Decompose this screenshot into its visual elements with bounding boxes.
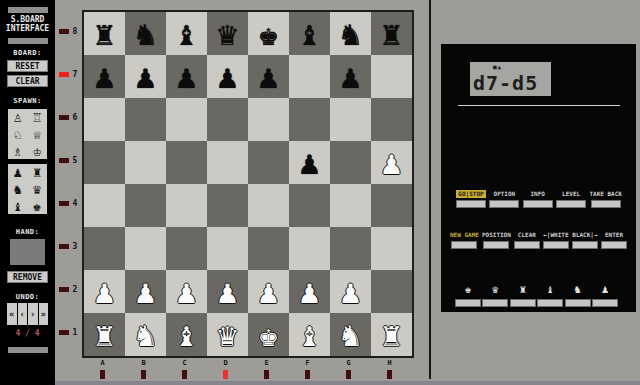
white-button[interactable] bbox=[543, 241, 569, 249]
rank-label-4: 4 bbox=[70, 199, 80, 208]
menu-item-position: POSITION bbox=[482, 231, 511, 249]
piece-button-group-rook: ♜ bbox=[510, 284, 536, 307]
white-pawn-piece[interactable]: ♟ bbox=[95, 275, 115, 308]
square-e7[interactable]: ♟ bbox=[248, 55, 289, 98]
board-section-label: BOARD: bbox=[0, 49, 55, 57]
square-a4[interactable] bbox=[84, 184, 125, 227]
square-h6[interactable] bbox=[371, 98, 412, 141]
piece-button-group-pawn: ♟ bbox=[592, 284, 618, 307]
piece-king-icon: ♚ bbox=[33, 199, 41, 213]
piece-rook-icon: ♖ bbox=[33, 110, 41, 124]
square-h4[interactable] bbox=[371, 184, 412, 227]
menu-row-1: GO|STOPOPTIONINFOLEVELTAKE BACK bbox=[456, 190, 622, 208]
rank-led-6 bbox=[59, 115, 69, 120]
new-game-button[interactable] bbox=[451, 241, 477, 249]
spawn-section-label: SPAWN: bbox=[0, 97, 55, 105]
file-label-C: C bbox=[179, 359, 191, 367]
square-a7[interactable]: ♟ bbox=[84, 55, 125, 98]
menu-label-new-game: NEW GAME bbox=[450, 231, 479, 239]
piece-button-group-bishop: ♝ bbox=[537, 284, 563, 307]
undo-section-label: UNDO: bbox=[0, 293, 55, 301]
square-f5[interactable]: ♟ bbox=[289, 141, 330, 184]
rank-led-4 bbox=[59, 201, 69, 206]
spawn-black-bishop-button[interactable]: ♝ bbox=[8, 197, 28, 214]
menu-item-take-back: TAKE BACK bbox=[589, 190, 622, 208]
black-rook-piece[interactable]: ♜ bbox=[382, 17, 402, 50]
file-label-D: D bbox=[220, 359, 232, 367]
square-e4[interactable] bbox=[248, 184, 289, 227]
menu-item-level: LEVEL bbox=[556, 190, 586, 208]
square-g3[interactable] bbox=[330, 227, 371, 270]
piece-rook-icon: ♜ bbox=[33, 165, 41, 179]
menu-label-info: INFO bbox=[530, 190, 544, 198]
square-g8[interactable]: ♞ bbox=[330, 12, 371, 55]
square-d5[interactable] bbox=[207, 141, 248, 184]
black-bishop-piece[interactable]: ♝ bbox=[300, 17, 320, 50]
square-e2[interactable]: ♟ bbox=[248, 270, 289, 313]
square-f8[interactable]: ♝ bbox=[289, 12, 330, 55]
square-f3[interactable] bbox=[289, 227, 330, 270]
knight-select-button[interactable] bbox=[565, 299, 591, 307]
square-c8[interactable]: ♝ bbox=[166, 12, 207, 55]
square-a6[interactable] bbox=[84, 98, 125, 141]
piece-pawn-icon: ♟ bbox=[14, 165, 22, 179]
rank-led-2 bbox=[59, 287, 69, 292]
square-b7[interactable]: ♟ bbox=[125, 55, 166, 98]
spawn-white-king-button[interactable]: ♔ bbox=[28, 142, 48, 159]
black-pawn-piece[interactable]: ♟ bbox=[177, 60, 197, 93]
square-g1[interactable]: ♞ bbox=[330, 313, 371, 356]
square-c6[interactable] bbox=[166, 98, 207, 141]
spawn-white-queen-button[interactable]: ♕ bbox=[28, 126, 48, 143]
hand-slot[interactable] bbox=[10, 239, 45, 265]
rank-label-6: 6 bbox=[70, 113, 80, 122]
chess-computer-panel: ■▲ d7-d5 GO|STOPOPTIONINFOLEVELTAKE BACK… bbox=[441, 44, 636, 312]
square-h3[interactable] bbox=[371, 227, 412, 270]
menu-label-take-back: TAKE BACK bbox=[589, 190, 622, 198]
square-e1[interactable]: ♚ bbox=[248, 313, 289, 356]
menu-label-position: POSITION bbox=[482, 231, 511, 239]
square-b4[interactable] bbox=[125, 184, 166, 227]
white-bishop-piece[interactable]: ♝ bbox=[300, 318, 320, 351]
menu-item-clear: CLEAR bbox=[514, 231, 540, 249]
square-b6[interactable] bbox=[125, 98, 166, 141]
square-e6[interactable] bbox=[248, 98, 289, 141]
piece-queen-icon: ♕ bbox=[33, 127, 41, 141]
take-back-button[interactable] bbox=[591, 200, 621, 208]
square-b8[interactable]: ♞ bbox=[125, 12, 166, 55]
info-button[interactable] bbox=[523, 200, 553, 208]
white-rook-piece[interactable]: ♜ bbox=[95, 318, 115, 351]
undo-counter: 4 / 4 bbox=[0, 329, 55, 338]
white-pawn-piece[interactable]: ♟ bbox=[136, 275, 156, 308]
piece-button-group-knight: ♞ bbox=[565, 284, 591, 307]
undo-rewind-button[interactable]: « bbox=[7, 303, 17, 325]
black-knight-piece[interactable]: ♞ bbox=[136, 17, 156, 50]
position-button[interactable] bbox=[483, 241, 509, 249]
lcd-indicator-icons: ■▲ bbox=[493, 63, 502, 70]
square-c1[interactable]: ♝ bbox=[166, 313, 207, 356]
menu-label-white: ←|WHITE bbox=[543, 231, 568, 239]
piece-bishop-icon: ♝ bbox=[547, 284, 554, 296]
square-c2[interactable]: ♟ bbox=[166, 270, 207, 313]
spawn-white-pawn-button[interactable]: ♙ bbox=[8, 109, 28, 126]
black-rook-piece[interactable]: ♜ bbox=[95, 17, 115, 50]
lcd-move-text: d7-d5 bbox=[473, 71, 538, 95]
square-f2[interactable]: ♟ bbox=[289, 270, 330, 313]
piece-button-group-queen: ♛ bbox=[482, 284, 508, 307]
rank-label-8: 8 bbox=[70, 27, 80, 36]
piece-queen-icon: ♛ bbox=[33, 182, 41, 196]
white-knight-piece[interactable]: ♞ bbox=[136, 318, 156, 351]
square-b5[interactable] bbox=[125, 141, 166, 184]
square-d4[interactable] bbox=[207, 184, 248, 227]
piece-pawn-icon: ♙ bbox=[14, 110, 22, 124]
square-d8[interactable]: ♛ bbox=[207, 12, 248, 55]
rank-led-1 bbox=[59, 330, 69, 335]
square-g4[interactable] bbox=[330, 184, 371, 227]
white-pawn-piece[interactable]: ♟ bbox=[218, 275, 238, 308]
spawn-white-knight-button[interactable]: ♘ bbox=[8, 126, 28, 143]
white-king-piece[interactable]: ♚ bbox=[259, 318, 279, 351]
menu-item-white: ←|WHITE bbox=[543, 231, 569, 249]
sidebar: S.BOARD INTERFACE BOARD: RESET CLEAR SPA… bbox=[0, 0, 55, 385]
file-label-F: F bbox=[302, 359, 314, 367]
white-pawn-piece[interactable]: ♟ bbox=[382, 146, 402, 179]
square-a5[interactable] bbox=[84, 141, 125, 184]
bishop-select-button[interactable] bbox=[537, 299, 563, 307]
white-bishop-piece[interactable]: ♝ bbox=[177, 318, 197, 351]
square-g2[interactable]: ♟ bbox=[330, 270, 371, 313]
rank-led-7 bbox=[59, 72, 69, 77]
section-divider bbox=[429, 0, 431, 379]
app-title-line1: S.BOARD bbox=[0, 15, 55, 24]
square-d2[interactable]: ♟ bbox=[207, 270, 248, 313]
square-g6[interactable] bbox=[330, 98, 371, 141]
piece-knight-icon: ♞ bbox=[574, 284, 581, 296]
black-pawn-piece[interactable]: ♟ bbox=[300, 146, 320, 179]
chess-board: ♜♞♝♛♚♝♞♜♟♟♟♟♟♟♟♟♟♟♟♟♟♟♟♜♞♝♛♚♝♞♜ bbox=[82, 10, 414, 358]
panel-separator bbox=[458, 105, 620, 106]
lcd-display: ■▲ d7-d5 bbox=[470, 62, 551, 96]
white-pawn-piece[interactable]: ♟ bbox=[341, 275, 361, 308]
menu-item-enter: ENTER bbox=[601, 231, 627, 249]
menu-label-clear: CLEAR bbox=[518, 231, 536, 239]
undo-back-button[interactable]: ‹ bbox=[18, 303, 28, 325]
piece-bishop-icon: ♝ bbox=[14, 199, 22, 213]
rank-label-3: 3 bbox=[70, 242, 80, 251]
remove-button[interactable]: REMOVE bbox=[7, 271, 48, 283]
piece-king-icon: ♔ bbox=[33, 144, 41, 158]
piece-bishop-icon: ♗ bbox=[14, 144, 22, 158]
menu-label-black: BLACK|→ bbox=[572, 231, 597, 239]
black-pawn-piece[interactable]: ♟ bbox=[341, 60, 361, 93]
square-h2[interactable] bbox=[371, 270, 412, 313]
clear-button[interactable]: CLEAR bbox=[7, 75, 48, 87]
menu-label-level: LEVEL bbox=[562, 190, 580, 198]
piece-knight-icon: ♘ bbox=[14, 127, 22, 141]
square-c4[interactable] bbox=[166, 184, 207, 227]
menu-item-info: INFO bbox=[523, 190, 553, 208]
black-knight-piece[interactable]: ♞ bbox=[341, 17, 361, 50]
square-c3[interactable] bbox=[166, 227, 207, 270]
square-f6[interactable] bbox=[289, 98, 330, 141]
spawn-palette-white: ♙♖♘♕♗♔ bbox=[8, 109, 47, 159]
file-label-A: A bbox=[97, 359, 109, 367]
square-d6[interactable] bbox=[207, 98, 248, 141]
square-a3[interactable] bbox=[84, 227, 125, 270]
square-h8[interactable]: ♜ bbox=[371, 12, 412, 55]
white-queen-piece[interactable]: ♛ bbox=[218, 318, 238, 351]
black-pawn-piece[interactable]: ♟ bbox=[136, 60, 156, 93]
spawn-white-bishop-button[interactable]: ♗ bbox=[8, 142, 28, 159]
rank-led-3 bbox=[59, 244, 69, 249]
undo-controls: «‹›» bbox=[7, 303, 48, 325]
file-led-G bbox=[346, 370, 351, 379]
sidebar-top-bar bbox=[8, 7, 48, 13]
square-a2[interactable]: ♟ bbox=[84, 270, 125, 313]
spawn-black-knight-button[interactable]: ♞ bbox=[8, 181, 28, 198]
rank-led-5 bbox=[59, 158, 69, 163]
spawn-black-pawn-button[interactable]: ♟ bbox=[8, 164, 28, 181]
file-led-B bbox=[141, 370, 146, 379]
file-label-G: G bbox=[343, 359, 355, 367]
square-h7[interactable] bbox=[371, 55, 412, 98]
file-led-D bbox=[223, 370, 228, 379]
black-pawn-piece[interactable]: ♟ bbox=[218, 60, 238, 93]
spawn-black-king-button[interactable]: ♚ bbox=[28, 197, 48, 214]
square-f4[interactable] bbox=[289, 184, 330, 227]
piece-king-icon: ♚ bbox=[465, 284, 472, 296]
enter-button[interactable] bbox=[601, 241, 627, 249]
square-d1[interactable]: ♛ bbox=[207, 313, 248, 356]
square-b1[interactable]: ♞ bbox=[125, 313, 166, 356]
square-f1[interactable]: ♝ bbox=[289, 313, 330, 356]
menu-label-go-stop: GO|STOP bbox=[456, 190, 485, 198]
file-led-F bbox=[305, 370, 310, 379]
menu-item-go-stop: GO|STOP bbox=[456, 190, 486, 208]
white-pawn-piece[interactable]: ♟ bbox=[300, 275, 320, 308]
menu-item-new-game: NEW GAME bbox=[450, 231, 479, 249]
square-b3[interactable] bbox=[125, 227, 166, 270]
hand-section-label: HAND: bbox=[0, 228, 55, 236]
square-a1[interactable]: ♜ bbox=[84, 313, 125, 356]
piece-knight-icon: ♞ bbox=[14, 182, 22, 196]
square-c7[interactable]: ♟ bbox=[166, 55, 207, 98]
menu-label-enter: ENTER bbox=[605, 231, 623, 239]
go-stop-button[interactable] bbox=[456, 200, 486, 208]
square-h1[interactable]: ♜ bbox=[371, 313, 412, 356]
sidebar-divider-bar bbox=[8, 38, 48, 44]
black-pawn-piece[interactable]: ♟ bbox=[95, 60, 115, 93]
undo-forward-button[interactable]: › bbox=[28, 303, 38, 325]
file-label-H: H bbox=[384, 359, 396, 367]
bottom-strip bbox=[55, 381, 640, 385]
white-pawn-piece[interactable]: ♟ bbox=[177, 275, 197, 308]
rank-led-8 bbox=[59, 29, 69, 34]
white-pawn-piece[interactable]: ♟ bbox=[259, 275, 279, 308]
menu-row-2: NEW GAMEPOSITIONCLEAR←|WHITEBLACK|→ENTER bbox=[450, 231, 627, 249]
black-pawn-piece[interactable]: ♟ bbox=[259, 60, 279, 93]
option-button[interactable] bbox=[489, 200, 519, 208]
square-c5[interactable] bbox=[166, 141, 207, 184]
square-a8[interactable]: ♜ bbox=[84, 12, 125, 55]
file-led-E bbox=[264, 370, 269, 379]
file-label-E: E bbox=[261, 359, 273, 367]
square-g7[interactable]: ♟ bbox=[330, 55, 371, 98]
undo-fast-forward-button[interactable]: » bbox=[39, 303, 49, 325]
king-select-button[interactable] bbox=[455, 299, 481, 307]
square-e3[interactable] bbox=[248, 227, 289, 270]
square-b2[interactable]: ♟ bbox=[125, 270, 166, 313]
black-button[interactable] bbox=[572, 241, 598, 249]
app-title: S.BOARD INTERFACE bbox=[0, 15, 55, 33]
piece-queen-icon: ♛ bbox=[492, 284, 499, 296]
square-d3[interactable] bbox=[207, 227, 248, 270]
rank-label-1: 1 bbox=[70, 328, 80, 337]
app-title-line2: INTERFACE bbox=[0, 24, 55, 33]
spawn-white-rook-button[interactable]: ♖ bbox=[28, 109, 48, 126]
piece-button-group-king: ♚ bbox=[455, 284, 481, 307]
rank-label-7: 7 bbox=[70, 70, 80, 79]
pawn-select-button[interactable] bbox=[592, 299, 618, 307]
white-knight-piece[interactable]: ♞ bbox=[341, 318, 361, 351]
menu-item-option: OPTION bbox=[489, 190, 519, 208]
rank-label-2: 2 bbox=[70, 285, 80, 294]
square-e5[interactable] bbox=[248, 141, 289, 184]
square-h5[interactable]: ♟ bbox=[371, 141, 412, 184]
file-led-H bbox=[387, 370, 392, 379]
piece-rook-icon: ♜ bbox=[519, 284, 526, 296]
rook-select-button[interactable] bbox=[510, 299, 536, 307]
sidebar-bottom-bar bbox=[8, 347, 48, 353]
spawn-black-rook-button[interactable]: ♜ bbox=[28, 164, 48, 181]
rank-label-5: 5 bbox=[70, 156, 80, 165]
piece-button-row: ♚♛♜♝♞♟ bbox=[455, 284, 618, 307]
file-led-C bbox=[182, 370, 187, 379]
square-f7[interactable] bbox=[289, 55, 330, 98]
piece-pawn-icon: ♟ bbox=[602, 284, 609, 296]
menu-label-option: OPTION bbox=[494, 190, 516, 198]
spawn-black-queen-button[interactable]: ♛ bbox=[28, 181, 48, 198]
clear-button[interactable] bbox=[514, 241, 540, 249]
white-rook-piece[interactable]: ♜ bbox=[382, 318, 402, 351]
square-e8[interactable]: ♚ bbox=[248, 12, 289, 55]
level-button[interactable] bbox=[556, 200, 586, 208]
spawn-palette-black: ♟♜♞♛♝♚ bbox=[8, 164, 47, 214]
black-queen-piece[interactable]: ♛ bbox=[218, 17, 238, 50]
square-g5[interactable] bbox=[330, 141, 371, 184]
black-king-piece[interactable]: ♚ bbox=[259, 17, 279, 50]
file-label-B: B bbox=[138, 359, 150, 367]
menu-item-black: BLACK|→ bbox=[572, 231, 598, 249]
square-d7[interactable]: ♟ bbox=[207, 55, 248, 98]
reset-button[interactable]: RESET bbox=[7, 60, 48, 72]
black-bishop-piece[interactable]: ♝ bbox=[177, 17, 197, 50]
queen-select-button[interactable] bbox=[482, 299, 508, 307]
file-led-A bbox=[100, 370, 105, 379]
